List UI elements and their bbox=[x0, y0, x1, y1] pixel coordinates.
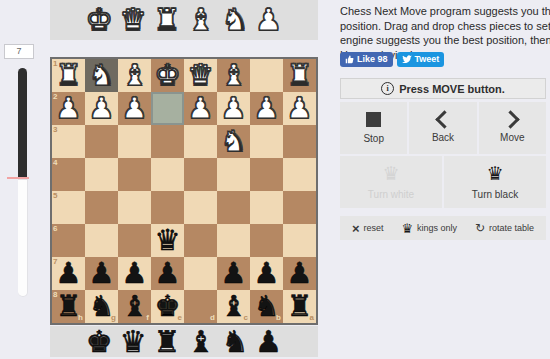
tray-piece-bP[interactable]: ♟ bbox=[255, 325, 282, 359]
square-a6[interactable] bbox=[283, 224, 316, 257]
piece-wP[interactable]: ♟ bbox=[217, 92, 250, 125]
square-g6[interactable] bbox=[85, 224, 118, 257]
file-label: f bbox=[146, 314, 149, 322]
move-button[interactable]: Move bbox=[479, 102, 546, 154]
rank-label: 6 bbox=[53, 225, 57, 233]
square-f2[interactable]: ♟ bbox=[118, 92, 151, 125]
square-h3[interactable]: 3 bbox=[52, 125, 85, 158]
square-e1[interactable]: ♚ bbox=[151, 59, 184, 92]
square-g1[interactable]: ♞ bbox=[85, 59, 118, 92]
square-h4[interactable]: 4 bbox=[52, 158, 85, 191]
square-c1[interactable]: ♝ bbox=[217, 59, 250, 92]
crown-icon: ♛ bbox=[401, 222, 413, 235]
square-e4[interactable] bbox=[151, 158, 184, 191]
piece-bP[interactable]: ♟ bbox=[118, 257, 151, 290]
depth-slider-handle[interactable] bbox=[7, 177, 29, 179]
twitter-bird-icon bbox=[402, 55, 412, 64]
intro-line-3: engine suggests you the best position, t… bbox=[340, 33, 550, 48]
square-e8[interactable]: e♚ bbox=[151, 290, 184, 323]
square-h6[interactable]: 6 bbox=[52, 224, 85, 257]
status-text: Press MOVE button. bbox=[399, 83, 505, 95]
chess-board: 1♜♞♝♚♛♝♜2♟♟♟♟♟♟♟3♞456♛7♟♟♟♟♟♟♟8h♜g♞f♝e♚d… bbox=[50, 57, 318, 325]
back-button[interactable]: Back bbox=[409, 102, 476, 154]
square-f5[interactable] bbox=[118, 191, 151, 224]
square-b2[interactable]: ♟ bbox=[250, 92, 283, 125]
square-b7[interactable]: ♟ bbox=[250, 257, 283, 290]
rank-label: 7 bbox=[53, 258, 57, 266]
file-label: h bbox=[78, 314, 83, 322]
rank-label: 2 bbox=[53, 93, 57, 101]
tray-piece-wP[interactable]: ♟ bbox=[255, 3, 282, 37]
piece-wN[interactable]: ♞ bbox=[217, 125, 250, 158]
file-label: g bbox=[111, 314, 116, 322]
square-d3[interactable] bbox=[184, 125, 217, 158]
square-f8[interactable]: f♝ bbox=[118, 290, 151, 323]
square-e2[interactable] bbox=[151, 92, 184, 125]
square-f4[interactable] bbox=[118, 158, 151, 191]
file-label: a bbox=[310, 314, 314, 322]
square-g3[interactable] bbox=[85, 125, 118, 158]
facebook-like-button[interactable]: Like 98 bbox=[340, 52, 393, 67]
depth-slider-track-filled[interactable] bbox=[18, 68, 27, 177]
square-c6[interactable] bbox=[217, 224, 250, 257]
rank-label: 5 bbox=[53, 192, 57, 200]
piece-wP[interactable]: ♟ bbox=[283, 92, 316, 125]
status-bar: i Press MOVE button. bbox=[340, 78, 546, 99]
square-b5[interactable] bbox=[250, 191, 283, 224]
turn-black-button[interactable]: ♛ Turn black bbox=[444, 156, 546, 208]
square-h8[interactable]: 8h♜ bbox=[52, 290, 85, 323]
piece-wN[interactable]: ♞ bbox=[85, 59, 118, 92]
x-icon: × bbox=[352, 222, 360, 235]
tray-piece-wQ[interactable]: ♛ bbox=[120, 3, 147, 37]
social-buttons: Like 98 Tweet bbox=[340, 52, 444, 67]
tray-piece-bB[interactable]: ♝ bbox=[188, 325, 215, 359]
depth-input[interactable]: 7 bbox=[4, 44, 34, 59]
rank-label: 4 bbox=[53, 159, 57, 167]
piece-wB[interactable]: ♝ bbox=[118, 59, 151, 92]
piece-wK[interactable]: ♚ bbox=[151, 59, 184, 92]
chevron-right-icon bbox=[502, 110, 520, 128]
black-crown-icon: ♛ bbox=[486, 164, 503, 183]
square-a4[interactable] bbox=[283, 158, 316, 191]
rotate-table-button[interactable]: ↻ rotate table bbox=[475, 222, 534, 234]
square-a7[interactable]: ♟ bbox=[283, 257, 316, 290]
info-icon: i bbox=[381, 82, 394, 95]
square-g4[interactable] bbox=[85, 158, 118, 191]
square-d8[interactable]: d bbox=[184, 290, 217, 323]
tray-piece-bN[interactable]: ♞ bbox=[221, 325, 248, 359]
reset-button[interactable]: × reset bbox=[352, 222, 384, 235]
square-b8[interactable]: b♞ bbox=[250, 290, 283, 323]
tray-piece-wR[interactable]: ♜ bbox=[154, 3, 181, 37]
square-c4[interactable] bbox=[217, 158, 250, 191]
rotate-icon: ↻ bbox=[475, 222, 485, 234]
file-label: e bbox=[178, 314, 182, 322]
square-f3[interactable] bbox=[118, 125, 151, 158]
file-label: c bbox=[244, 314, 248, 322]
tray-piece-wN[interactable]: ♞ bbox=[221, 3, 248, 37]
chevron-left-icon bbox=[435, 110, 453, 128]
square-a3[interactable] bbox=[283, 125, 316, 158]
stop-button[interactable]: Stop bbox=[340, 102, 407, 154]
square-e6[interactable]: ♛ bbox=[151, 224, 184, 257]
square-a2[interactable]: ♟ bbox=[283, 92, 316, 125]
square-h5[interactable]: 5 bbox=[52, 191, 85, 224]
square-a5[interactable] bbox=[283, 191, 316, 224]
piece-wB[interactable]: ♝ bbox=[217, 59, 250, 92]
turn-select-row: ♛ Turn white ♛ Turn black bbox=[340, 156, 546, 208]
piece-wQ[interactable]: ♛ bbox=[184, 59, 217, 92]
square-g2[interactable]: ♟ bbox=[85, 92, 118, 125]
piece-bP[interactable]: ♟ bbox=[151, 257, 184, 290]
tweet-button[interactable]: Tweet bbox=[397, 52, 445, 67]
rank-label: 3 bbox=[53, 126, 57, 134]
square-a1[interactable]: ♜ bbox=[283, 59, 316, 92]
square-h7[interactable]: 7♟ bbox=[52, 257, 85, 290]
piece-bP[interactable]: ♟ bbox=[250, 257, 283, 290]
black-piece-tray: ♚♛♜♝♞♟ bbox=[50, 326, 318, 357]
kings-only-button[interactable]: ♛ kings only bbox=[401, 222, 457, 235]
tray-piece-bQ[interactable]: ♛ bbox=[120, 325, 147, 359]
piece-wP[interactable]: ♟ bbox=[250, 92, 283, 125]
piece-bP[interactable]: ♟ bbox=[283, 257, 316, 290]
square-b3[interactable] bbox=[250, 125, 283, 158]
square-g8[interactable]: g♞ bbox=[85, 290, 118, 323]
square-b4[interactable] bbox=[250, 158, 283, 191]
square-e7[interactable]: ♟ bbox=[151, 257, 184, 290]
square-d2[interactable]: ♟ bbox=[184, 92, 217, 125]
square-h1[interactable]: 1♜ bbox=[52, 59, 85, 92]
square-e3[interactable] bbox=[151, 125, 184, 158]
square-f6[interactable] bbox=[118, 224, 151, 257]
square-g7[interactable]: ♟ bbox=[85, 257, 118, 290]
square-d7[interactable] bbox=[184, 257, 217, 290]
square-f7[interactable]: ♟ bbox=[118, 257, 151, 290]
square-d5[interactable] bbox=[184, 191, 217, 224]
rank-label: 8 bbox=[53, 291, 57, 299]
square-d4[interactable] bbox=[184, 158, 217, 191]
piece-wP[interactable]: ♟ bbox=[184, 92, 217, 125]
square-e5[interactable] bbox=[151, 191, 184, 224]
depth-slider-track-empty[interactable] bbox=[18, 179, 28, 297]
square-d1[interactable]: ♛ bbox=[184, 59, 217, 92]
square-c8[interactable]: c♝ bbox=[217, 290, 250, 323]
square-b1[interactable] bbox=[250, 59, 283, 92]
control-grid: Stop Back Move bbox=[340, 102, 546, 154]
tray-piece-bR[interactable]: ♜ bbox=[154, 325, 181, 359]
square-a8[interactable]: a♜ bbox=[283, 290, 316, 323]
piece-wP[interactable]: ♟ bbox=[118, 92, 151, 125]
intro-line-1: Chess Next Move program suggests you the… bbox=[340, 4, 550, 19]
file-label: d bbox=[210, 314, 215, 322]
square-d6[interactable] bbox=[184, 224, 217, 257]
piece-bP[interactable]: ♟ bbox=[217, 257, 250, 290]
square-c7[interactable]: ♟ bbox=[217, 257, 250, 290]
piece-wR[interactable]: ♜ bbox=[283, 59, 316, 92]
intro-line-2: position. Drag and drop chess pieces to … bbox=[340, 19, 550, 34]
utility-bar: × reset ♛ kings only ↻ rotate table bbox=[340, 216, 546, 240]
square-b6[interactable] bbox=[250, 224, 283, 257]
rank-label: 1 bbox=[53, 60, 57, 68]
tray-piece-wB[interactable]: ♝ bbox=[188, 3, 215, 37]
thumbs-up-icon bbox=[345, 55, 354, 64]
square-f1[interactable]: ♝ bbox=[118, 59, 151, 92]
stop-icon bbox=[366, 112, 381, 127]
turn-white-button[interactable]: ♛ Turn white bbox=[340, 156, 442, 208]
white-crown-icon: ♛ bbox=[382, 164, 399, 183]
square-g5[interactable] bbox=[85, 191, 118, 224]
tray-piece-wK[interactable]: ♚ bbox=[86, 3, 113, 37]
file-label: b bbox=[276, 314, 281, 322]
piece-wP[interactable]: ♟ bbox=[85, 92, 118, 125]
tray-piece-bK[interactable]: ♚ bbox=[86, 325, 113, 359]
square-c2[interactable]: ♟ bbox=[217, 92, 250, 125]
piece-bQ[interactable]: ♛ bbox=[151, 224, 184, 257]
white-piece-tray: ♚♛♜♝♞♟ bbox=[50, 0, 318, 40]
square-h2[interactable]: 2♟ bbox=[52, 92, 85, 125]
square-c5[interactable] bbox=[217, 191, 250, 224]
piece-bP[interactable]: ♟ bbox=[85, 257, 118, 290]
square-c3[interactable]: ♞ bbox=[217, 125, 250, 158]
